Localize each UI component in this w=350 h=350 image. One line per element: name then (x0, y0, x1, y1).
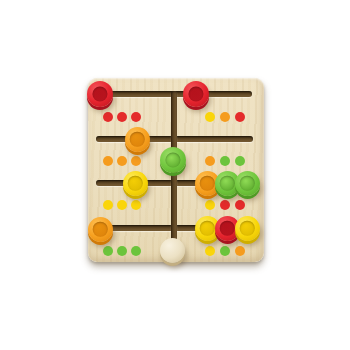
peg-top-dimple (240, 221, 255, 236)
peg-top-dimple (200, 221, 215, 236)
peg-top-dimple (128, 176, 143, 191)
peg-top-dimple (240, 176, 255, 191)
hint-dot-yellow (117, 200, 127, 210)
peg-yellow[interactable] (123, 171, 148, 196)
peg-orange[interactable] (88, 217, 113, 242)
peg-top-dimple (130, 132, 145, 147)
peg-red[interactable] (87, 81, 113, 107)
hint-dot-orange (117, 156, 127, 166)
peg-top-dimple (200, 176, 215, 191)
hint-dot-yellow (205, 200, 215, 210)
hint-dot-orange (131, 156, 141, 166)
slot-center-vertical (171, 91, 177, 256)
hint-dot-green (103, 246, 113, 256)
hint-dot-red (131, 112, 141, 122)
hint-dot-green (131, 246, 141, 256)
hint-dot-yellow (103, 200, 113, 210)
hint-dot-green (220, 246, 230, 256)
hint-dot-green (235, 156, 245, 166)
hint-dot-yellow (205, 246, 215, 256)
peg-natural[interactable] (160, 238, 185, 263)
peg-green[interactable] (160, 147, 186, 173)
peg-red[interactable] (183, 81, 209, 107)
peg-top-dimple (92, 86, 107, 101)
photo-background (0, 0, 350, 350)
hint-dot-orange (220, 112, 230, 122)
hint-dot-red (103, 112, 113, 122)
hint-dot-yellow (131, 200, 141, 210)
hint-dot-green (117, 246, 127, 256)
peg-top-dimple (93, 222, 108, 237)
hint-dot-red (235, 200, 245, 210)
peg-top-dimple (188, 86, 203, 101)
hint-dot-orange (235, 246, 245, 256)
hint-dot-orange (103, 156, 113, 166)
hint-dot-red (235, 112, 245, 122)
peg-yellow[interactable] (235, 216, 260, 241)
hint-dot-green (220, 156, 230, 166)
hint-dot-red (117, 112, 127, 122)
peg-orange[interactable] (125, 127, 150, 152)
hint-dot-red (220, 200, 230, 210)
peg-top-dimple (220, 221, 235, 236)
peg-top-dimple (165, 152, 180, 167)
hint-dot-yellow (205, 112, 215, 122)
hint-dot-orange (205, 156, 215, 166)
peg-top-dimple (220, 176, 235, 191)
peg-green[interactable] (235, 171, 260, 196)
